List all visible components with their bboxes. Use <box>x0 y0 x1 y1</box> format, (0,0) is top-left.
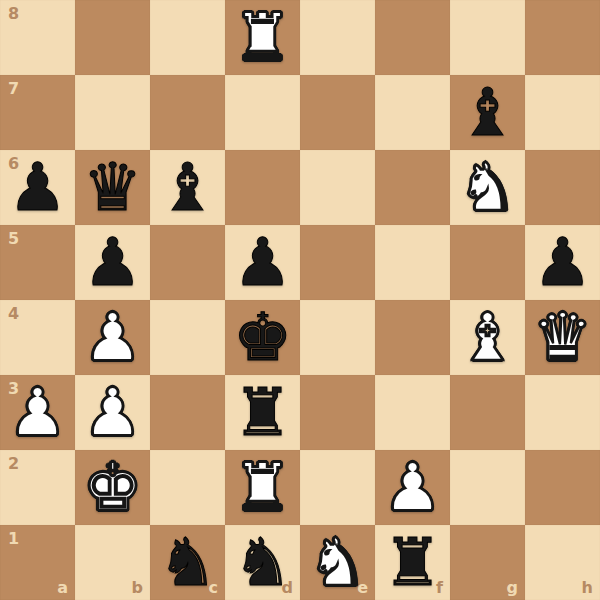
piece-black-pawn[interactable]: ♟ <box>525 225 600 300</box>
square-e2[interactable] <box>300 450 375 525</box>
square-f5[interactable] <box>375 225 450 300</box>
file-label-g: g <box>507 580 518 596</box>
square-d5[interactable]: ♟ <box>225 225 300 300</box>
piece-white-pawn[interactable]: ♟ <box>75 375 150 450</box>
square-a8[interactable]: 8 <box>0 0 75 75</box>
square-b7[interactable] <box>75 75 150 150</box>
piece-white-pawn[interactable]: ♟ <box>0 375 75 450</box>
square-g7[interactable]: ♝ <box>450 75 525 150</box>
square-h7[interactable] <box>525 75 600 150</box>
square-c2[interactable] <box>150 450 225 525</box>
file-label-h: h <box>582 580 593 596</box>
square-f3[interactable] <box>375 375 450 450</box>
square-h3[interactable] <box>525 375 600 450</box>
square-e5[interactable] <box>300 225 375 300</box>
piece-white-knight[interactable]: ♞ <box>300 525 375 600</box>
piece-black-bishop[interactable]: ♝ <box>450 75 525 150</box>
piece-black-queen[interactable]: ♛ <box>75 150 150 225</box>
piece-white-pawn[interactable]: ♟ <box>75 300 150 375</box>
square-h5[interactable]: ♟ <box>525 225 600 300</box>
square-b6[interactable]: ♛ <box>75 150 150 225</box>
square-e4[interactable] <box>300 300 375 375</box>
square-f6[interactable] <box>375 150 450 225</box>
piece-black-knight[interactable]: ♞ <box>150 525 225 600</box>
piece-black-king[interactable]: ♚ <box>225 300 300 375</box>
rank-label-7: 7 <box>8 81 19 97</box>
file-label-a: a <box>57 580 68 596</box>
piece-white-rook[interactable]: ♜ <box>225 0 300 75</box>
square-c8[interactable] <box>150 0 225 75</box>
square-h8[interactable] <box>525 0 600 75</box>
square-g2[interactable] <box>450 450 525 525</box>
square-a7[interactable]: 7 <box>0 75 75 150</box>
rank-label-5: 5 <box>8 231 19 247</box>
chess-board: 8♜7♝6♟♛♝♞5♟♟♟4♟♚♝♛3♟♟♜2♚♜♟1abc♞d♞e♞f♜gh <box>0 0 600 600</box>
square-f8[interactable] <box>375 0 450 75</box>
square-b4[interactable]: ♟ <box>75 300 150 375</box>
square-f4[interactable] <box>375 300 450 375</box>
square-d1[interactable]: d♞ <box>225 525 300 600</box>
square-e1[interactable]: e♞ <box>300 525 375 600</box>
piece-black-pawn[interactable]: ♟ <box>75 225 150 300</box>
piece-black-rook[interactable]: ♜ <box>375 525 450 600</box>
square-f1[interactable]: f♜ <box>375 525 450 600</box>
square-g8[interactable] <box>450 0 525 75</box>
square-g1[interactable]: g <box>450 525 525 600</box>
file-label-b: b <box>132 580 143 596</box>
piece-black-bishop[interactable]: ♝ <box>150 150 225 225</box>
square-e3[interactable] <box>300 375 375 450</box>
square-g5[interactable] <box>450 225 525 300</box>
piece-white-rook[interactable]: ♜ <box>225 450 300 525</box>
square-c7[interactable] <box>150 75 225 150</box>
square-b2[interactable]: ♚ <box>75 450 150 525</box>
square-g4[interactable]: ♝ <box>450 300 525 375</box>
square-c3[interactable] <box>150 375 225 450</box>
rank-label-2: 2 <box>8 456 19 472</box>
square-a3[interactable]: 3♟ <box>0 375 75 450</box>
square-c5[interactable] <box>150 225 225 300</box>
square-e6[interactable] <box>300 150 375 225</box>
square-d6[interactable] <box>225 150 300 225</box>
rank-label-4: 4 <box>8 306 19 322</box>
square-g3[interactable] <box>450 375 525 450</box>
piece-black-knight[interactable]: ♞ <box>225 525 300 600</box>
square-h4[interactable]: ♛ <box>525 300 600 375</box>
square-a6[interactable]: 6♟ <box>0 150 75 225</box>
rank-label-8: 8 <box>8 6 19 22</box>
piece-black-pawn[interactable]: ♟ <box>225 225 300 300</box>
square-d8[interactable]: ♜ <box>225 0 300 75</box>
piece-white-king[interactable]: ♚ <box>75 450 150 525</box>
square-a1[interactable]: 1a <box>0 525 75 600</box>
piece-black-pawn[interactable]: ♟ <box>0 150 75 225</box>
square-e7[interactable] <box>300 75 375 150</box>
square-a5[interactable]: 5 <box>0 225 75 300</box>
square-c1[interactable]: c♞ <box>150 525 225 600</box>
square-d4[interactable]: ♚ <box>225 300 300 375</box>
square-a2[interactable]: 2 <box>0 450 75 525</box>
square-e8[interactable] <box>300 0 375 75</box>
square-c4[interactable] <box>150 300 225 375</box>
square-f2[interactable]: ♟ <box>375 450 450 525</box>
square-h1[interactable]: h <box>525 525 600 600</box>
piece-white-bishop[interactable]: ♝ <box>450 300 525 375</box>
square-d3[interactable]: ♜ <box>225 375 300 450</box>
piece-white-knight[interactable]: ♞ <box>450 150 525 225</box>
rank-label-1: 1 <box>8 531 19 547</box>
square-b5[interactable]: ♟ <box>75 225 150 300</box>
piece-white-pawn[interactable]: ♟ <box>375 450 450 525</box>
piece-white-queen[interactable]: ♛ <box>525 300 600 375</box>
square-b1[interactable]: b <box>75 525 150 600</box>
square-c6[interactable]: ♝ <box>150 150 225 225</box>
square-d2[interactable]: ♜ <box>225 450 300 525</box>
square-h2[interactable] <box>525 450 600 525</box>
piece-black-rook[interactable]: ♜ <box>225 375 300 450</box>
square-b8[interactable] <box>75 0 150 75</box>
square-h6[interactable] <box>525 150 600 225</box>
square-b3[interactable]: ♟ <box>75 375 150 450</box>
square-a4[interactable]: 4 <box>0 300 75 375</box>
square-f7[interactable] <box>375 75 450 150</box>
square-d7[interactable] <box>225 75 300 150</box>
square-g6[interactable]: ♞ <box>450 150 525 225</box>
